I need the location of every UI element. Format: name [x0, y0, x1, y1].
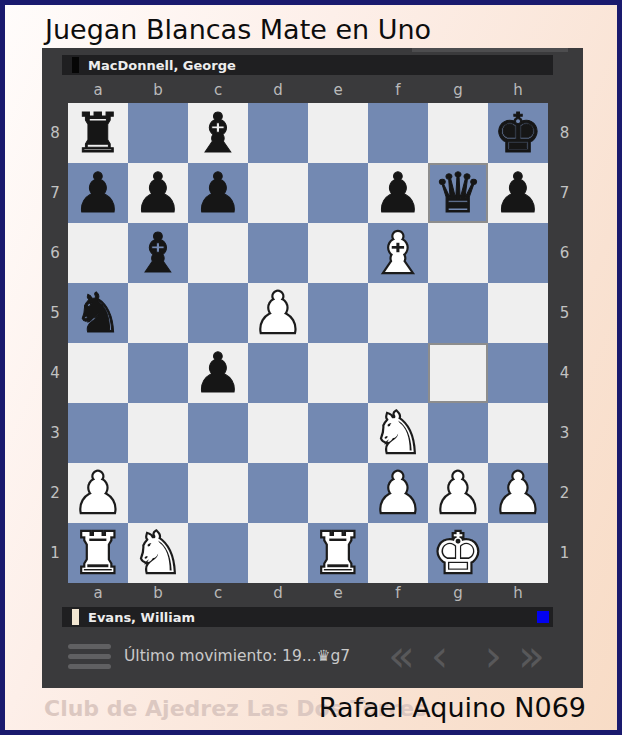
file-label-h: h	[488, 583, 548, 603]
player-name-white: Evans, William	[88, 610, 195, 625]
white-knight[interactable]: ♞	[368, 403, 428, 463]
player-name-black: MacDonnell, George	[88, 58, 236, 73]
file-label-g: g	[428, 583, 488, 603]
square-g2[interactable]: ♟	[428, 463, 488, 523]
file-label-d: d	[248, 80, 308, 100]
white-pawn[interactable]: ♟	[368, 463, 428, 523]
square-c6[interactable]	[188, 223, 248, 283]
square-d7[interactable]	[248, 163, 308, 223]
square-a4[interactable]	[68, 343, 128, 403]
square-d6[interactable]	[248, 223, 308, 283]
square-c2[interactable]	[188, 463, 248, 523]
square-h4[interactable]	[488, 343, 548, 403]
square-b3[interactable]	[128, 403, 188, 463]
square-e5[interactable]	[308, 283, 368, 343]
menu-icon-bar	[68, 664, 111, 669]
black-pawn[interactable]: ♟	[68, 163, 128, 223]
square-e8[interactable]	[308, 103, 368, 163]
square-c4[interactable]: ♟	[188, 343, 248, 403]
nav-last-button[interactable]: »	[518, 630, 545, 682]
turn-indicator	[537, 611, 549, 623]
square-f2[interactable]: ♟	[368, 463, 428, 523]
file-label-b: b	[128, 583, 188, 603]
white-pawn[interactable]: ♟	[68, 463, 128, 523]
black-knight[interactable]: ♞	[68, 283, 128, 343]
square-f8[interactable]	[368, 103, 428, 163]
square-h8[interactable]: ♚	[488, 103, 548, 163]
rank-label-2: 2	[42, 463, 68, 523]
square-d8[interactable]	[248, 103, 308, 163]
square-b6[interactable]: ♝	[128, 223, 188, 283]
black-queen[interactable]: ♛	[428, 163, 488, 223]
black-pawn[interactable]: ♟	[488, 163, 548, 223]
square-h2[interactable]: ♟	[488, 463, 548, 523]
file-label-e: e	[308, 583, 368, 603]
square-c7[interactable]: ♟	[188, 163, 248, 223]
file-label-f: f	[368, 80, 428, 100]
square-g8[interactable]	[428, 103, 488, 163]
square-d2[interactable]	[248, 463, 308, 523]
nav-prev-button[interactable]: ‹	[431, 630, 449, 682]
rank-labels-right: 87654321	[548, 103, 581, 583]
file-label-c: c	[188, 80, 248, 100]
white-pawn[interactable]: ♟	[428, 463, 488, 523]
player-bar-black: MacDonnell, George	[62, 55, 553, 75]
square-g5[interactable]	[428, 283, 488, 343]
square-f3[interactable]: ♞	[368, 403, 428, 463]
square-g4[interactable]	[428, 343, 488, 403]
file-label-c: c	[188, 583, 248, 603]
square-f4[interactable]	[368, 343, 428, 403]
author-label: Rafael Aquino N069	[319, 692, 586, 723]
black-king[interactable]: ♚	[488, 103, 548, 163]
square-c5[interactable]	[188, 283, 248, 343]
square-f6[interactable]: ♝	[368, 223, 428, 283]
player-bar-white: Evans, William	[62, 607, 553, 627]
menu-icon-bar	[68, 654, 111, 659]
rank-label-7: 7	[548, 163, 581, 223]
square-a1[interactable]: ♜	[68, 523, 128, 583]
file-label-g: g	[428, 80, 488, 100]
file-label-a: a	[68, 80, 128, 100]
square-f7[interactable]: ♟	[368, 163, 428, 223]
white-rook[interactable]: ♜	[68, 523, 128, 583]
move-navigation: «‹›»	[388, 630, 545, 682]
rank-label-6: 6	[548, 223, 581, 283]
rank-label-7: 7	[42, 163, 68, 223]
white-rook[interactable]: ♜	[308, 523, 368, 583]
square-g7[interactable]: ♛	[428, 163, 488, 223]
rank-label-2: 2	[548, 463, 581, 523]
square-c8[interactable]: ♝	[188, 103, 248, 163]
square-b5[interactable]	[128, 283, 188, 343]
white-pawn[interactable]: ♟	[488, 463, 548, 523]
controls-bar: Último movimiento: 19...♛g7 «‹›»	[42, 630, 583, 682]
square-b1[interactable]: ♞	[128, 523, 188, 583]
rank-label-8: 8	[548, 103, 581, 163]
square-e7[interactable]	[308, 163, 368, 223]
square-d3[interactable]	[248, 403, 308, 463]
black-pawn[interactable]: ♟	[128, 163, 188, 223]
square-b4[interactable]	[128, 343, 188, 403]
last-move-label: Último movimiento: 19...♛g7	[124, 647, 350, 665]
rank-label-5: 5	[42, 283, 68, 343]
black-pawn[interactable]: ♟	[368, 163, 428, 223]
square-e2[interactable]	[308, 463, 368, 523]
file-labels-top: abcdefgh	[68, 80, 548, 100]
white-pawn[interactable]: ♟	[248, 283, 308, 343]
black-bishop[interactable]: ♝	[188, 103, 248, 163]
square-d5[interactable]: ♟	[248, 283, 308, 343]
file-label-a: a	[68, 583, 128, 603]
page-title: Juegan Blancas Mate en Uno	[45, 14, 431, 45]
square-c1[interactable]	[188, 523, 248, 583]
square-h6[interactable]	[488, 223, 548, 283]
black-pawn[interactable]: ♟	[188, 343, 248, 403]
square-d1[interactable]	[248, 523, 308, 583]
rank-label-4: 4	[548, 343, 581, 403]
rank-label-1: 1	[548, 523, 581, 583]
black-bishop[interactable]: ♝	[128, 223, 188, 283]
rank-label-5: 5	[548, 283, 581, 343]
chess-board: ♜♝♚♟♟♟♟♛♟♝♝♞♟♟♞♟♟♟♟♜♞♜♚	[68, 103, 548, 583]
square-a5[interactable]: ♞	[68, 283, 128, 343]
black-pawn[interactable]: ♟	[188, 163, 248, 223]
square-a8[interactable]: ♜	[68, 103, 128, 163]
file-labels-bottom: abcdefgh	[68, 583, 548, 603]
square-b8[interactable]	[128, 103, 188, 163]
file-label-b: b	[128, 80, 188, 100]
chess-app-panel: MacDonnell, George abcdefgh 87654321 ♜♝♚…	[42, 48, 583, 688]
square-b7[interactable]: ♟	[128, 163, 188, 223]
nav-first-button[interactable]: «	[388, 630, 415, 682]
file-label-f: f	[368, 583, 428, 603]
rank-labels-left: 87654321	[42, 103, 68, 583]
square-h3[interactable]	[488, 403, 548, 463]
panel-top-strip	[412, 48, 568, 52]
rank-label-6: 6	[42, 223, 68, 283]
rank-label-3: 3	[42, 403, 68, 463]
rank-label-4: 4	[42, 343, 68, 403]
square-g1[interactable]: ♚	[428, 523, 488, 583]
rank-label-1: 1	[42, 523, 68, 583]
nav-next-button[interactable]: ›	[484, 630, 502, 682]
square-c3[interactable]	[188, 403, 248, 463]
square-g3[interactable]	[428, 403, 488, 463]
square-f5[interactable]	[368, 283, 428, 343]
square-f1[interactable]	[368, 523, 428, 583]
white-knight[interactable]: ♞	[128, 523, 188, 583]
black-rook[interactable]: ♜	[68, 103, 128, 163]
square-a7[interactable]: ♟	[68, 163, 128, 223]
square-e4[interactable]	[308, 343, 368, 403]
square-h7[interactable]: ♟	[488, 163, 548, 223]
square-h5[interactable]	[488, 283, 548, 343]
app-frame: Juegan Blancas Mate en Uno MacDonnell, G…	[0, 0, 622, 735]
white-king[interactable]: ♚	[428, 523, 488, 583]
white-side-icon	[72, 609, 79, 625]
file-label-e: e	[308, 80, 368, 100]
square-e1[interactable]: ♜	[308, 523, 368, 583]
square-a6[interactable]	[68, 223, 128, 283]
white-bishop[interactable]: ♝	[368, 223, 428, 283]
square-d4[interactable]	[248, 343, 308, 403]
square-h1[interactable]	[488, 523, 548, 583]
rank-label-8: 8	[42, 103, 68, 163]
square-g6[interactable]	[428, 223, 488, 283]
square-e3[interactable]	[308, 403, 368, 463]
menu-icon-bar	[68, 644, 111, 649]
square-e6[interactable]	[308, 223, 368, 283]
square-a3[interactable]	[68, 403, 128, 463]
file-label-d: d	[248, 583, 308, 603]
black-side-icon	[72, 57, 79, 73]
rank-label-3: 3	[548, 403, 581, 463]
menu-icon[interactable]	[68, 644, 111, 669]
square-a2[interactable]: ♟	[68, 463, 128, 523]
square-b2[interactable]	[128, 463, 188, 523]
file-label-h: h	[488, 80, 548, 100]
